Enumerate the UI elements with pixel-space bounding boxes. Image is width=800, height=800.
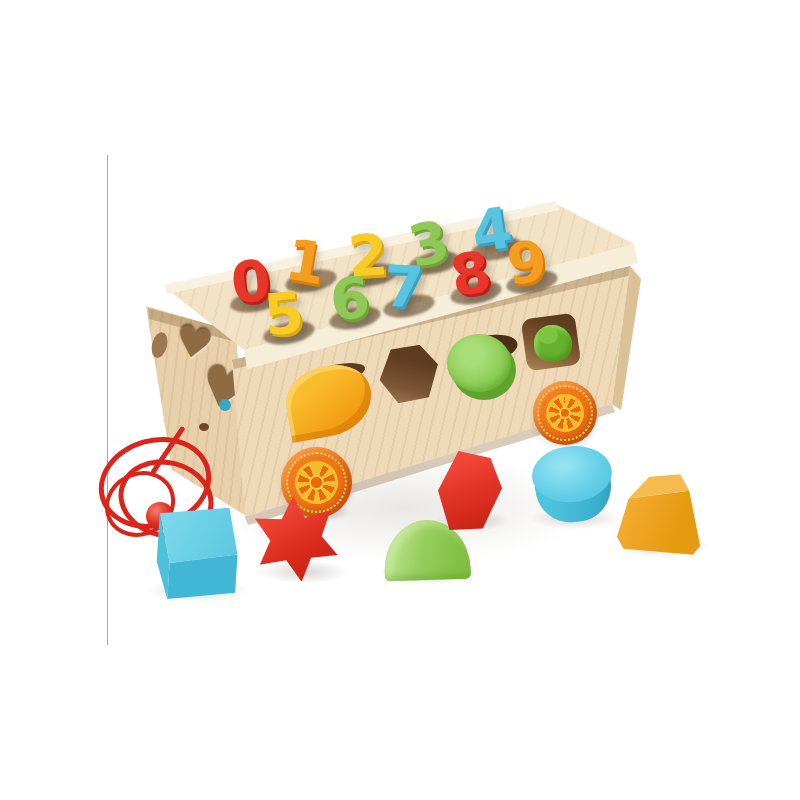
number-piece-9: 9	[504, 233, 549, 294]
number-piece-6: 6	[328, 269, 372, 329]
wheel-flower-center	[309, 475, 323, 489]
product-photo-canvas: ♥ ♥ 0 1 2 3 4 5 6 7 8 9	[0, 0, 800, 800]
blue-cylinder-block	[528, 442, 619, 529]
block-glimpse-inside-heart-hole	[219, 399, 231, 411]
green-cylinder-face	[447, 334, 511, 392]
number-piece-7: 7	[383, 258, 425, 316]
amber-trapezoid-block	[616, 471, 705, 558]
page-divider-line	[107, 155, 108, 645]
string-hole	[199, 423, 209, 431]
blue-cube-block	[148, 500, 243, 603]
number-piece-5: 5	[261, 284, 306, 345]
green-clover-block-highlight	[538, 327, 558, 344]
rear-wheel	[533, 381, 597, 445]
